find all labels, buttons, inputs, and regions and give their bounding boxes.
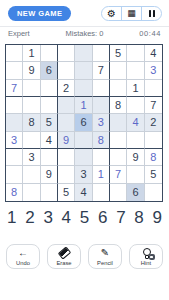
cell-r2c8[interactable] <box>127 62 144 79</box>
cell-r4c7[interactable]: 8 <box>110 97 127 114</box>
cell-r1c2[interactable]: 1 <box>23 45 40 62</box>
cell-r3c3[interactable] <box>41 80 58 97</box>
numpad-digit-9[interactable]: 9 <box>153 207 162 229</box>
cell-r1c7[interactable]: 5 <box>110 45 127 62</box>
cell-r1c6[interactable] <box>93 45 110 62</box>
cell-r3c2[interactable] <box>23 80 40 97</box>
pencil-icon: ✎ <box>101 248 109 259</box>
cell-r9c8[interactable]: 6 <box>127 184 144 201</box>
cell-r6c5[interactable] <box>75 132 92 149</box>
cell-r1c4[interactable] <box>58 45 75 62</box>
numpad-digit-3[interactable]: 3 <box>43 207 52 229</box>
hint-bulb-icon <box>140 248 153 259</box>
gear-icon: ⚙ <box>107 9 116 19</box>
cell-r4c8[interactable] <box>127 97 144 114</box>
themes-button[interactable]: ▦ <box>121 7 141 20</box>
topbar-divider <box>0 26 169 27</box>
cell-r7c8[interactable]: 9 <box>127 149 144 166</box>
cell-r7c4[interactable] <box>58 149 75 166</box>
pencil-button[interactable]: ✎ Pencil <box>88 244 122 269</box>
numpad-digit-2[interactable]: 2 <box>25 207 34 229</box>
cell-r1c3[interactable] <box>41 45 58 62</box>
cell-r7c5[interactable] <box>75 149 92 166</box>
cell-r7c1[interactable] <box>6 149 23 166</box>
cell-r3c6[interactable] <box>93 80 110 97</box>
erase-label: Erase <box>56 260 71 266</box>
cell-r9c3[interactable] <box>41 184 58 201</box>
numpad-digit-6[interactable]: 6 <box>98 207 107 229</box>
cell-r4c2[interactable] <box>23 97 40 114</box>
cell-r2c2[interactable]: 9 <box>23 62 40 79</box>
numpad-digit-4[interactable]: 4 <box>62 207 71 229</box>
cell-r2c7[interactable] <box>110 62 127 79</box>
pause-icon <box>149 10 155 17</box>
cell-r1c5[interactable] <box>75 45 92 62</box>
cell-r3c9[interactable] <box>145 80 162 97</box>
cell-r2c1[interactable] <box>6 62 23 79</box>
new-game-button[interactable]: NEW GAME <box>8 6 71 21</box>
cell-r5c8[interactable]: 4 <box>127 114 144 131</box>
cell-r8c5[interactable]: 3 <box>75 166 92 183</box>
cell-r2c6[interactable]: 7 <box>93 62 110 79</box>
cell-r6c1[interactable]: 3 <box>6 132 23 149</box>
eraser-icon <box>59 248 70 259</box>
cell-r8c7[interactable]: 7 <box>110 166 127 183</box>
top-controls-group: ⚙ ▦ <box>101 6 162 21</box>
cell-r5c3[interactable]: 5 <box>41 114 58 131</box>
cell-r8c8[interactable] <box>127 166 144 183</box>
cell-r6c4[interactable]: 9 <box>58 132 75 149</box>
cell-r2c3[interactable]: 6 <box>41 62 58 79</box>
cell-r3c4[interactable]: 2 <box>58 80 75 97</box>
cell-r4c5[interactable]: 1 <box>75 97 92 114</box>
cell-r7c3[interactable] <box>41 149 58 166</box>
toolbar: ← Undo Erase ✎ Pencil Hint <box>0 244 169 269</box>
cell-r2c5[interactable] <box>75 62 92 79</box>
cell-r6c8[interactable] <box>127 132 144 149</box>
cell-r1c8[interactable] <box>127 45 144 62</box>
numpad-digit-1[interactable]: 1 <box>7 207 16 229</box>
cell-r8c2[interactable] <box>23 166 40 183</box>
cell-r7c2[interactable]: 3 <box>23 149 40 166</box>
cell-r4c3[interactable] <box>41 97 58 114</box>
undo-label: Undo <box>16 260 30 266</box>
cell-r8c6[interactable]: 1 <box>93 166 110 183</box>
cell-r7c7[interactable] <box>110 149 127 166</box>
cell-r6c2[interactable] <box>23 132 40 149</box>
cell-r1c1[interactable] <box>6 45 23 62</box>
cell-r9c6[interactable] <box>93 184 110 201</box>
numpad-digit-7[interactable]: 7 <box>116 207 125 229</box>
cell-r8c4[interactable] <box>58 166 75 183</box>
cell-r5c7[interactable] <box>110 114 127 131</box>
cell-r3c5[interactable] <box>75 80 92 97</box>
hint-badge <box>149 254 155 260</box>
cell-r9c1[interactable]: 8 <box>6 184 23 201</box>
number-pad: 123456789 <box>0 207 169 229</box>
hint-button[interactable]: Hint <box>129 244 163 269</box>
pause-button[interactable] <box>141 7 161 20</box>
pencil-label: Pencil <box>97 260 113 266</box>
undo-button[interactable]: ← Undo <box>6 244 40 269</box>
cell-r9c5[interactable]: 4 <box>75 184 92 201</box>
hint-label: Hint <box>141 260 151 266</box>
cell-r4c6[interactable] <box>93 97 110 114</box>
cell-r2c9[interactable]: 3 <box>145 62 162 79</box>
cell-r5c6[interactable]: 3 <box>93 114 110 131</box>
cell-r1c9[interactable]: 4 <box>145 45 162 62</box>
erase-button[interactable]: Erase <box>47 244 81 269</box>
cell-r9c2[interactable] <box>23 184 40 201</box>
cell-r6c9[interactable] <box>145 132 162 149</box>
cell-r5c2[interactable]: 8 <box>23 114 40 131</box>
cell-r5c9[interactable]: 2 <box>145 114 162 131</box>
settings-button[interactable]: ⚙ <box>102 7 121 20</box>
cell-r8c3[interactable]: 9 <box>41 166 58 183</box>
cell-r8c1[interactable] <box>6 166 23 183</box>
cell-r3c8[interactable]: 1 <box>127 80 144 97</box>
cell-r5c4[interactable] <box>58 114 75 131</box>
cell-r7c9[interactable]: 8 <box>145 149 162 166</box>
cell-r5c5[interactable]: 6 <box>75 114 92 131</box>
cell-r9c9[interactable] <box>145 184 162 201</box>
undo-icon: ← <box>18 248 28 259</box>
cell-r6c7[interactable] <box>110 132 127 149</box>
numpad-digit-8[interactable]: 8 <box>134 207 143 229</box>
cell-r7c6[interactable] <box>93 149 110 166</box>
status-bar: Expert Mistakes: 0 00:44 <box>0 28 169 40</box>
grid-icon: ▦ <box>127 9 136 18</box>
cell-r9c7[interactable] <box>110 184 127 201</box>
cell-r6c6[interactable]: 8 <box>93 132 110 149</box>
cell-r5c1[interactable] <box>6 114 23 131</box>
cell-r3c7[interactable] <box>110 80 127 97</box>
cell-r6c3[interactable]: 4 <box>41 132 58 149</box>
cell-r9c4[interactable]: 5 <box>58 184 75 201</box>
board: 15496737211878563423498398931758546 <box>5 44 163 202</box>
cell-r2c4[interactable] <box>58 62 75 79</box>
sudoku-app-screen: NEW GAME ⚙ ▦ Expert Mistakes: 0 00:44 15… <box>0 0 169 300</box>
timer: 00:44 <box>139 29 161 38</box>
cell-r4c4[interactable] <box>58 97 75 114</box>
numpad-digit-5[interactable]: 5 <box>80 207 89 229</box>
cell-r4c9[interactable]: 7 <box>145 97 162 114</box>
cell-r3c1[interactable]: 7 <box>6 80 23 97</box>
cell-r4c1[interactable] <box>6 97 23 114</box>
cell-r8c9[interactable]: 5 <box>145 166 162 183</box>
